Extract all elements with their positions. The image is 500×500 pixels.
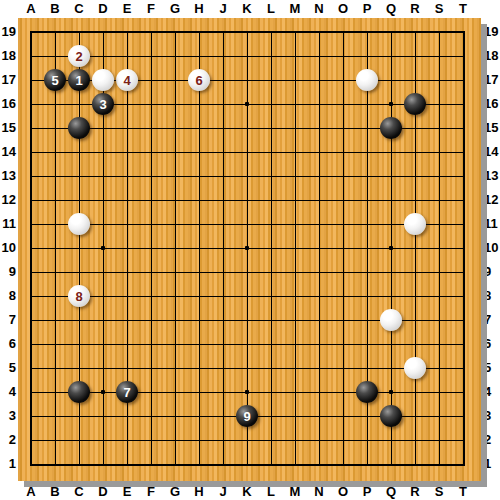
row-label-14: 14 [484, 140, 500, 164]
col-label-q: Q [379, 484, 403, 500]
stone-white-e17-move-4[interactable]: 4 [116, 69, 138, 91]
move-number: 9 [243, 410, 250, 423]
move-number: 4 [123, 74, 130, 87]
col-label-f: F [139, 1, 163, 17]
row-label-2: 2 [484, 428, 500, 452]
row-label-9: 9 [0, 260, 16, 284]
stone-black-c17-move-1[interactable]: 1 [68, 69, 90, 91]
row-label-11: 11 [484, 212, 500, 236]
col-label-d: D [91, 484, 115, 500]
stone-black-b17-move-5[interactable]: 5 [44, 69, 66, 91]
col-label-q: Q [379, 1, 403, 17]
row-label-6: 6 [484, 332, 500, 356]
col-label-t: T [451, 484, 475, 500]
column-labels-bottom: ABCDEFGHJKLMNOPQRST [19, 484, 475, 500]
row-label-2: 2 [0, 428, 16, 452]
stone-black-q15[interactable] [380, 117, 402, 139]
row-label-4: 4 [484, 380, 500, 404]
stone-black-c15[interactable] [68, 117, 90, 139]
row-label-8: 8 [484, 284, 500, 308]
row-label-1: 1 [484, 452, 500, 476]
stone-white-c11[interactable] [68, 213, 90, 235]
row-label-3: 3 [0, 404, 16, 428]
col-label-b: B [43, 484, 67, 500]
col-label-n: N [307, 1, 331, 17]
row-label-14: 14 [0, 140, 16, 164]
col-label-k: K [235, 1, 259, 17]
move-number: 5 [51, 74, 58, 87]
col-label-c: C [67, 484, 91, 500]
col-label-h: H [187, 484, 211, 500]
row-label-3: 3 [484, 404, 500, 428]
stone-layer: 123456789 [19, 20, 475, 476]
col-label-r: R [403, 484, 427, 500]
row-label-16: 16 [0, 92, 16, 116]
col-label-e: E [115, 484, 139, 500]
move-number: 7 [123, 386, 130, 399]
stone-white-c18-move-2[interactable]: 2 [68, 45, 90, 67]
go-diagram: ABCDEFGHJKLMNOPQRST 19181716151413121110… [0, 0, 500, 500]
col-label-h: H [187, 1, 211, 17]
stone-black-d16-move-3[interactable]: 3 [92, 93, 114, 115]
stone-black-p4[interactable] [356, 381, 378, 403]
go-board[interactable]: 123456789 [18, 18, 481, 481]
row-label-13: 13 [0, 164, 16, 188]
row-label-17: 17 [484, 68, 500, 92]
col-label-t: T [451, 1, 475, 17]
move-number: 6 [195, 74, 202, 87]
row-label-6: 6 [0, 332, 16, 356]
col-label-r: R [403, 1, 427, 17]
col-label-f: F [139, 484, 163, 500]
row-label-12: 12 [484, 188, 500, 212]
col-label-a: A [19, 484, 43, 500]
row-label-19: 19 [484, 20, 500, 44]
row-label-16: 16 [484, 92, 500, 116]
col-label-p: P [355, 484, 379, 500]
stone-white-r11[interactable] [404, 213, 426, 235]
row-label-13: 13 [484, 164, 500, 188]
row-label-18: 18 [484, 44, 500, 68]
stone-black-k3-move-9[interactable]: 9 [236, 405, 258, 427]
col-label-n: N [307, 484, 331, 500]
col-label-j: J [211, 1, 235, 17]
stone-black-c4[interactable] [68, 381, 90, 403]
stone-white-p17[interactable] [356, 69, 378, 91]
col-label-j: J [211, 484, 235, 500]
row-label-7: 7 [484, 308, 500, 332]
col-label-c: C [67, 1, 91, 17]
stone-white-r5[interactable] [404, 357, 426, 379]
col-label-k: K [235, 484, 259, 500]
col-label-d: D [91, 1, 115, 17]
col-label-o: O [331, 484, 355, 500]
move-number: 2 [75, 50, 82, 63]
row-label-1: 1 [0, 452, 16, 476]
row-label-19: 19 [0, 20, 16, 44]
col-label-s: S [427, 484, 451, 500]
move-number: 8 [75, 290, 82, 303]
stone-white-h17-move-6[interactable]: 6 [188, 69, 210, 91]
row-labels-left: 19181716151413121110987654321 [0, 20, 16, 476]
row-label-15: 15 [484, 116, 500, 140]
row-label-17: 17 [0, 68, 16, 92]
stone-white-c8-move-8[interactable]: 8 [68, 285, 90, 307]
row-label-7: 7 [0, 308, 16, 332]
row-label-10: 10 [0, 236, 16, 260]
column-labels-top: ABCDEFGHJKLMNOPQRST [19, 1, 475, 17]
row-label-18: 18 [0, 44, 16, 68]
stone-black-q3[interactable] [380, 405, 402, 427]
row-label-12: 12 [0, 188, 16, 212]
col-label-e: E [115, 1, 139, 17]
stone-black-e4-move-7[interactable]: 7 [116, 381, 138, 403]
col-label-o: O [331, 1, 355, 17]
row-label-10: 10 [484, 236, 500, 260]
stone-white-d17[interactable] [92, 69, 114, 91]
row-label-5: 5 [484, 356, 500, 380]
row-label-11: 11 [0, 212, 16, 236]
col-label-a: A [19, 1, 43, 17]
col-label-g: G [163, 1, 187, 17]
col-label-m: M [283, 1, 307, 17]
row-labels-right: 19181716151413121110987654321 [484, 20, 500, 476]
row-label-4: 4 [0, 380, 16, 404]
row-label-15: 15 [0, 116, 16, 140]
col-label-g: G [163, 484, 187, 500]
col-label-p: P [355, 1, 379, 17]
row-label-9: 9 [484, 260, 500, 284]
row-label-5: 5 [0, 356, 16, 380]
stone-black-r16[interactable] [404, 93, 426, 115]
move-number: 3 [99, 98, 106, 111]
col-label-m: M [283, 484, 307, 500]
col-label-b: B [43, 1, 67, 17]
move-number: 1 [75, 74, 82, 87]
stone-white-q7[interactable] [380, 309, 402, 331]
col-label-l: L [259, 1, 283, 17]
col-label-l: L [259, 484, 283, 500]
col-label-s: S [427, 1, 451, 17]
row-label-8: 8 [0, 284, 16, 308]
